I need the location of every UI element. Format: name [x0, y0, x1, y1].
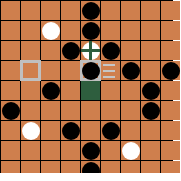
black-stone	[82, 142, 100, 160]
cell-r9c2[interactable]	[21, 161, 40, 173]
cell-r7c6[interactable]	[101, 121, 120, 140]
cell-r5c7[interactable]	[121, 81, 140, 100]
menu-icon-bar	[103, 76, 115, 78]
cell-r3c4[interactable]	[61, 41, 80, 60]
cell-r2c7[interactable]	[121, 21, 140, 40]
black-stone	[142, 82, 160, 100]
cell-r3c7[interactable]	[121, 41, 140, 60]
cell-r9c3[interactable]	[41, 161, 60, 173]
cell-r3c9[interactable]	[161, 41, 180, 60]
cell-r5c9[interactable]	[161, 81, 180, 100]
menu-icon-bar	[103, 64, 115, 66]
cell-r1c3[interactable]	[41, 1, 60, 20]
cell-r4c7[interactable]	[121, 61, 140, 80]
black-stone	[62, 42, 80, 60]
cell-r1c2[interactable]	[21, 1, 40, 20]
black-stone	[102, 42, 120, 60]
cell-r5c8[interactable]	[141, 81, 160, 100]
cell-r3c2[interactable]	[21, 41, 40, 60]
cell-r7c9[interactable]	[161, 121, 180, 140]
cell-r5c6[interactable]	[101, 81, 120, 100]
cell-r4c2[interactable]	[21, 61, 40, 80]
cell-r3c3[interactable]	[41, 41, 60, 60]
cell-r1c1[interactable]	[1, 1, 20, 20]
cell-r5c4[interactable]	[61, 81, 80, 100]
cell-r9c7[interactable]	[121, 161, 140, 173]
black-stone	[122, 62, 140, 80]
cell-r2c1[interactable]	[1, 21, 20, 40]
black-stone	[42, 82, 60, 100]
cell-r9c1[interactable]	[1, 161, 20, 173]
cell-r7c2[interactable]	[21, 121, 40, 140]
cell-r4c1[interactable]	[1, 61, 20, 80]
cell-r4c3[interactable]	[41, 61, 60, 80]
cell-r4c5[interactable]	[81, 61, 100, 80]
cell-r2c6[interactable]	[101, 21, 120, 40]
black-stone	[82, 162, 100, 174]
green-square-marker-r5c5[interactable]	[81, 81, 100, 100]
cell-r6c1[interactable]	[1, 101, 20, 120]
black-stone	[82, 2, 100, 20]
menu-icon-bar	[103, 70, 115, 72]
menu-icon[interactable]	[103, 64, 115, 78]
cell-r8c5[interactable]	[81, 141, 100, 160]
white-stone	[22, 122, 40, 140]
cell-r7c5[interactable]	[81, 121, 100, 140]
cell-r9c5[interactable]	[81, 161, 100, 173]
cell-r2c2[interactable]	[21, 21, 40, 40]
black-stone	[62, 122, 80, 140]
cell-r2c3[interactable]	[41, 21, 60, 40]
cell-r6c2[interactable]	[21, 101, 40, 120]
game-board	[0, 0, 173, 173]
cell-r6c5[interactable]	[81, 101, 100, 120]
cell-r2c8[interactable]	[141, 21, 160, 40]
cell-r6c3[interactable]	[41, 101, 60, 120]
cell-r3c8[interactable]	[141, 41, 160, 60]
cell-r8c4[interactable]	[61, 141, 80, 160]
cell-r7c8[interactable]	[141, 121, 160, 140]
cell-r6c4[interactable]	[61, 101, 80, 120]
cell-r2c5[interactable]	[81, 21, 100, 40]
cell-r1c7[interactable]	[121, 1, 140, 20]
cell-r3c6[interactable]	[101, 41, 120, 60]
black-stone	[102, 122, 120, 140]
cell-r1c5[interactable]	[81, 1, 100, 20]
cell-r9c9[interactable]	[161, 161, 180, 173]
cell-r7c7[interactable]	[121, 121, 140, 140]
cell-r8c2[interactable]	[21, 141, 40, 160]
cell-r7c3[interactable]	[41, 121, 60, 140]
black-stone	[142, 102, 160, 120]
black-stone	[162, 62, 180, 80]
cell-r8c3[interactable]	[41, 141, 60, 160]
cell-r4c8[interactable]	[141, 61, 160, 80]
cell-r2c9[interactable]	[161, 21, 180, 40]
cell-r8c7[interactable]	[121, 141, 140, 160]
cell-r9c8[interactable]	[141, 161, 160, 173]
black-stone	[2, 102, 20, 120]
cross-icon	[81, 49, 100, 52]
cell-r8c9[interactable]	[161, 141, 180, 160]
white-stone	[122, 142, 140, 160]
cell-r6c9[interactable]	[161, 101, 180, 120]
cell-r5c3[interactable]	[41, 81, 60, 100]
cell-r6c6[interactable]	[101, 101, 120, 120]
cell-r4c4[interactable]	[61, 61, 80, 80]
cell-r5c2[interactable]	[21, 81, 40, 100]
cell-r4c6[interactable]	[101, 61, 120, 80]
cell-r7c4[interactable]	[61, 121, 80, 140]
cell-r3c5[interactable]	[81, 41, 100, 60]
cell-r7c1[interactable]	[1, 121, 20, 140]
cell-r5c1[interactable]	[1, 81, 20, 100]
cell-r8c8[interactable]	[141, 141, 160, 160]
cell-r3c1[interactable]	[1, 41, 20, 60]
cell-r9c6[interactable]	[101, 161, 120, 173]
cell-r2c4[interactable]	[61, 21, 80, 40]
cell-r6c8[interactable]	[141, 101, 160, 120]
cell-r8c1[interactable]	[1, 141, 20, 160]
cell-r1c9[interactable]	[161, 1, 180, 20]
cell-r9c4[interactable]	[61, 161, 80, 173]
cell-r8c6[interactable]	[101, 141, 120, 160]
cell-r6c7[interactable]	[121, 101, 140, 120]
black-stone	[82, 62, 100, 80]
cell-r4c9[interactable]	[161, 61, 180, 80]
cell-r1c8[interactable]	[141, 1, 160, 20]
cell-r1c6[interactable]	[101, 1, 120, 20]
cell-r1c4[interactable]	[61, 1, 80, 20]
black-stone	[82, 22, 100, 40]
white-stone	[42, 22, 60, 40]
